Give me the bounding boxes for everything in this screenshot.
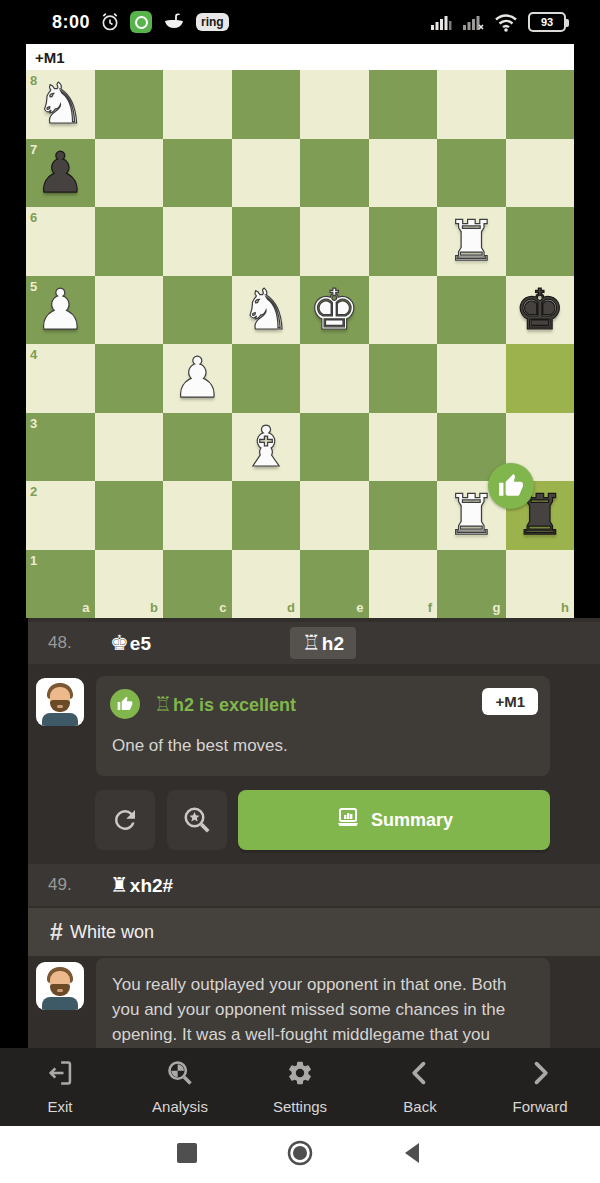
square-c1[interactable]: c [163,550,232,619]
nav-item-exit[interactable]: Exit [0,1059,120,1115]
square-a2[interactable]: 2 [26,481,95,550]
android-home-button[interactable] [286,1139,314,1171]
alarm-icon [100,12,120,32]
gear-icon [286,1059,314,1091]
square-h6[interactable] [506,207,575,276]
square-b8[interactable] [95,70,164,139]
move-row-49: 49. ♜ xh2# [28,864,600,906]
square-b1[interactable]: b [95,550,164,619]
chevron-left-icon [406,1059,434,1091]
square-h5[interactable]: ♚ [506,276,575,345]
evaluation-label: +M1 [26,49,65,66]
rank-label-4: 4 [30,348,37,361]
square-b4[interactable] [95,344,164,413]
file-label-e: e [356,601,363,614]
explore-button[interactable] [167,790,227,850]
square-f2[interactable] [369,481,438,550]
android-back-button[interactable] [402,1142,424,1168]
analysis-icon [166,1059,194,1091]
square-b2[interactable] [95,481,164,550]
chess-board-wrap: 8♞7♟6♜5♟♞♚♚4♟3♝2♜♜1abcdefgh [26,70,574,618]
coach-avatar [36,962,84,1010]
square-e8[interactable] [300,70,369,139]
square-d5[interactable]: ♞ [232,276,301,345]
square-d3[interactable]: ♝ [232,413,301,482]
square-d4[interactable] [232,344,301,413]
move-number: 49. [28,875,110,895]
game-report-text: You really outplayed your opponent in th… [112,972,534,1047]
nav-label: Analysis [152,1098,208,1115]
file-label-h: h [561,601,569,614]
game-report-card: You really outplayed your opponent in th… [96,958,550,1048]
nav-item-settings[interactable]: Settings [240,1059,360,1115]
black-king: ♚ [506,276,575,345]
move-quality-headline: ♖ h2 is excellent [154,692,296,716]
black-rook-figurine: ♖ [302,631,321,655]
android-recents-button[interactable] [176,1142,198,1168]
square-f3[interactable] [369,413,438,482]
pipe-icon [162,12,186,32]
square-c2[interactable] [163,481,232,550]
square-d6[interactable] [232,207,301,276]
square-d2[interactable] [232,481,301,550]
excellent-move-badge [488,463,534,509]
move-feedback-card: ♖ h2 is excellent +M1 One of the best mo… [96,676,550,776]
square-f6[interactable] [369,207,438,276]
nav-label: Exit [47,1098,72,1115]
square-e6[interactable] [300,207,369,276]
square-c7[interactable] [163,139,232,208]
square-a8[interactable]: 8♞ [26,70,95,139]
square-b7[interactable] [95,139,164,208]
square-c8[interactable] [163,70,232,139]
file-label-d: d [287,601,295,614]
square-a3[interactable]: 3 [26,413,95,482]
square-e3[interactable] [300,413,369,482]
square-f7[interactable] [369,139,438,208]
move-white-49-text: xh2# [130,875,173,897]
coach-avatar [36,678,84,726]
battery-percent: 93 [541,16,553,28]
evaluation-bar: +M1 [26,44,574,70]
square-c6[interactable] [163,207,232,276]
summary-label: Summary [371,810,453,831]
move-row-48: 48. ♚ e5 ♖ h2 [28,622,600,664]
eval-badge: +M1 [482,688,538,715]
headline-rook-figurine: ♖ [154,692,172,716]
square-g7[interactable] [437,139,506,208]
move-number: 48. [28,633,110,653]
move-white-48[interactable]: ♚ e5 [110,631,290,655]
square-f4[interactable] [369,344,438,413]
android-nav-bar [0,1126,600,1183]
green-app-icon [130,11,152,33]
file-label-f: f [428,601,432,614]
square-d7[interactable] [232,139,301,208]
file-label-c: c [219,601,226,614]
square-a7[interactable]: 7♟ [26,139,95,208]
square-e2[interactable] [300,481,369,550]
headline-text: h2 is excellent [173,695,296,716]
square-f1[interactable]: f [369,550,438,619]
exit-icon [46,1059,74,1091]
rank-label-7: 7 [30,143,37,156]
rank-label-5: 5 [30,280,37,293]
white-rook-figurine: ♜ [110,873,129,897]
square-b3[interactable] [95,413,164,482]
analysis-panel: 48. ♚ e5 ♖ h2 ♖ h2 is excellent [28,618,600,1048]
chevron-right-icon [526,1059,554,1091]
ring-app-badge: ring [196,13,229,31]
square-h8[interactable] [506,70,575,139]
rank-label-1: 1 [30,554,37,567]
nav-label: Forward [512,1098,567,1115]
nav-item-analysis[interactable]: Analysis [120,1059,240,1115]
wifi-icon [494,13,518,32]
square-a4[interactable]: 4 [26,344,95,413]
square-e7[interactable] [300,139,369,208]
nav-item-forward[interactable]: Forward [480,1059,600,1115]
square-d8[interactable] [232,70,301,139]
square-h1[interactable]: h [506,550,575,619]
checkmate-symbol: # [28,919,70,946]
bottom-navigation: Exit Analysis Settings Back Forward [0,1048,600,1126]
square-e5[interactable]: ♚ [300,276,369,345]
square-c3[interactable] [163,413,232,482]
phone-screen: 8:00 ring [0,0,600,1183]
square-g5[interactable] [437,276,506,345]
white-rook: ♜ [437,207,506,276]
nav-label: Back [403,1098,436,1115]
signal-icon [430,13,452,31]
square-g1[interactable]: g [437,550,506,619]
move-white-48-text: e5 [130,633,151,655]
square-c5[interactable] [163,276,232,345]
square-g8[interactable] [437,70,506,139]
square-g6[interactable]: ♜ [437,207,506,276]
white-bishop: ♝ [232,413,301,482]
square-b5[interactable] [95,276,164,345]
move-black-48-text: h2 [322,633,344,655]
summary-button[interactable]: Summary [238,790,550,850]
white-knight: ♞ [232,276,301,345]
chess-board[interactable]: 8♞7♟6♜5♟♞♚♚4♟3♝2♜♜1abcdefgh [26,70,574,618]
rank-label-2: 2 [30,485,37,498]
square-h7[interactable] [506,139,575,208]
game-result-row: # White won [28,908,600,956]
square-e1[interactable]: e [300,550,369,619]
clock-time: 8:00 [52,12,90,33]
summary-laptop-icon [335,806,361,834]
signal2-icon [462,13,484,31]
rank-label-6: 6 [30,211,37,224]
file-label-b: b [150,601,158,614]
nav-item-back[interactable]: Back [360,1059,480,1115]
square-a5[interactable]: 5♟ [26,276,95,345]
game-result-text: White won [70,922,154,943]
move-black-48-selected[interactable]: ♖ h2 [290,627,356,659]
battery-icon: 93 [528,12,566,32]
square-g4[interactable] [437,344,506,413]
square-c4[interactable]: ♟ [163,344,232,413]
white-king-figurine: ♚ [110,631,129,655]
rank-label-3: 3 [30,417,37,430]
file-label-g: g [493,601,501,614]
white-pawn: ♟ [163,344,232,413]
square-h4[interactable] [506,344,575,413]
retry-button[interactable] [95,790,155,850]
rank-label-8: 8 [30,74,37,87]
square-f8[interactable] [369,70,438,139]
white-king: ♚ [300,276,369,345]
square-f5[interactable] [369,276,438,345]
square-a6[interactable]: 6 [26,207,95,276]
move-comment: One of the best moves. [112,736,536,756]
square-a1[interactable]: 1a [26,550,95,619]
square-b6[interactable] [95,207,164,276]
status-bar: 8:00 ring [0,0,600,44]
file-label-a: a [82,601,89,614]
thumbs-up-icon [110,689,140,719]
move-white-49[interactable]: ♜ xh2# [110,873,290,897]
nav-label: Settings [273,1098,327,1115]
square-d1[interactable]: d [232,550,301,619]
square-e4[interactable] [300,344,369,413]
